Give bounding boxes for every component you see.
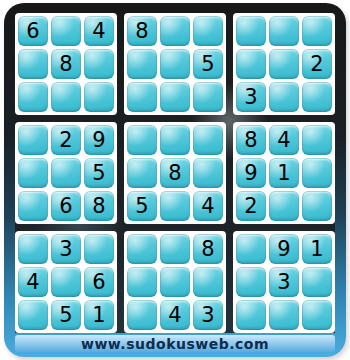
box-1-3: 23 (233, 13, 335, 115)
cell-r3c2[interactable] (51, 82, 81, 112)
box-3-3: 913 (233, 231, 335, 333)
cell-value: 3 (201, 305, 214, 326)
cell-r2c2[interactable]: 8 (51, 49, 81, 79)
cell-r7c9[interactable]: 1 (302, 234, 332, 264)
cell-r4c7[interactable]: 8 (236, 125, 266, 155)
cell-r3c9[interactable] (302, 82, 332, 112)
cell-value: 4 (26, 272, 39, 293)
cell-r7c3[interactable] (84, 234, 114, 264)
cell-r7c7[interactable] (236, 234, 266, 264)
cell-r4c6[interactable] (193, 125, 223, 155)
cell-r5c8[interactable]: 1 (269, 158, 299, 188)
cell-value: 4 (92, 21, 105, 42)
website-url: www.sudokusweb.com (81, 336, 269, 352)
box-2-1: 29568 (15, 122, 117, 224)
cell-r6c4[interactable]: 5 (127, 191, 157, 221)
cell-r8c5[interactable] (160, 267, 190, 297)
cell-r3c5[interactable] (160, 82, 190, 112)
cell-r4c9[interactable] (302, 125, 332, 155)
cell-value: 2 (59, 130, 72, 151)
cell-value: 8 (135, 21, 148, 42)
box-1-2: 85 (124, 13, 226, 115)
cell-r6c3[interactable]: 8 (84, 191, 114, 221)
cell-r8c6[interactable] (193, 267, 223, 297)
box-1-1: 648 (15, 13, 117, 115)
cell-r1c1[interactable]: 6 (18, 16, 48, 46)
cell-r2c9[interactable]: 2 (302, 49, 332, 79)
cell-value: 5 (92, 163, 105, 184)
cell-r8c2[interactable] (51, 267, 81, 297)
cell-value: 6 (59, 196, 72, 217)
cell-r4c8[interactable]: 4 (269, 125, 299, 155)
cell-value: 2 (310, 54, 323, 75)
cell-r8c7[interactable] (236, 267, 266, 297)
cell-r1c6[interactable] (193, 16, 223, 46)
cell-r2c6[interactable]: 5 (193, 49, 223, 79)
cell-r9c2[interactable]: 5 (51, 300, 81, 330)
cell-r6c5[interactable] (160, 191, 190, 221)
cell-r5c5[interactable]: 8 (160, 158, 190, 188)
cell-value: 8 (168, 163, 181, 184)
cell-value: 3 (277, 272, 290, 293)
cell-value: 6 (92, 272, 105, 293)
cell-r1c7[interactable] (236, 16, 266, 46)
cell-value: 3 (244, 87, 257, 108)
box-3-1: 34651 (15, 231, 117, 333)
cell-r7c4[interactable] (127, 234, 157, 264)
cell-r5c1[interactable] (18, 158, 48, 188)
cell-r4c2[interactable]: 2 (51, 125, 81, 155)
cell-r4c1[interactable] (18, 125, 48, 155)
cell-value: 8 (92, 196, 105, 217)
cell-r8c3[interactable]: 6 (84, 267, 114, 297)
cell-r9c1[interactable] (18, 300, 48, 330)
cell-r7c2[interactable]: 3 (51, 234, 81, 264)
sudoku-board: 6488523295688548491234651843913 www.sudo… (4, 3, 346, 357)
cell-value: 8 (59, 54, 72, 75)
cell-r8c1[interactable]: 4 (18, 267, 48, 297)
cell-r5c6[interactable] (193, 158, 223, 188)
cell-r7c1[interactable] (18, 234, 48, 264)
cell-r1c2[interactable] (51, 16, 81, 46)
cell-value: 1 (310, 239, 323, 260)
cell-r9c3[interactable]: 1 (84, 300, 114, 330)
cell-r7c8[interactable]: 9 (269, 234, 299, 264)
cell-r6c9[interactable] (302, 191, 332, 221)
cell-r2c1[interactable] (18, 49, 48, 79)
cell-r2c8[interactable] (269, 49, 299, 79)
cell-value: 9 (92, 130, 105, 151)
cell-r3c6[interactable] (193, 82, 223, 112)
cell-r1c3[interactable]: 4 (84, 16, 114, 46)
cell-r2c3[interactable] (84, 49, 114, 79)
cell-value: 1 (277, 163, 290, 184)
cell-r5c9[interactable] (302, 158, 332, 188)
box-3-2: 843 (124, 231, 226, 333)
cell-r3c1[interactable] (18, 82, 48, 112)
cell-r9c4[interactable] (127, 300, 157, 330)
cell-r8c9[interactable] (302, 267, 332, 297)
cell-r1c4[interactable]: 8 (127, 16, 157, 46)
sudoku-app: 6488523295688548491234651843913 www.sudo… (0, 0, 350, 360)
cell-value: 4 (168, 305, 181, 326)
cell-value: 3 (59, 239, 72, 260)
box-2-2: 854 (124, 122, 226, 224)
box-2-3: 84912 (233, 122, 335, 224)
cell-r3c3[interactable] (84, 82, 114, 112)
cell-r2c4[interactable] (127, 49, 157, 79)
cell-r3c7[interactable]: 3 (236, 82, 266, 112)
cell-r4c3[interactable]: 9 (84, 125, 114, 155)
cell-r2c5[interactable] (160, 49, 190, 79)
cell-r6c6[interactable]: 4 (193, 191, 223, 221)
cell-r6c1[interactable] (18, 191, 48, 221)
cell-r9c5[interactable]: 4 (160, 300, 190, 330)
cell-r5c7[interactable]: 9 (236, 158, 266, 188)
cell-value: 4 (201, 196, 214, 217)
cell-r4c5[interactable] (160, 125, 190, 155)
cell-r2c7[interactable] (236, 49, 266, 79)
cell-value: 2 (244, 196, 257, 217)
cell-r1c9[interactable] (302, 16, 332, 46)
cell-r9c7[interactable] (236, 300, 266, 330)
cell-r9c8[interactable] (269, 300, 299, 330)
cell-r8c8[interactable]: 3 (269, 267, 299, 297)
cell-r7c6[interactable]: 8 (193, 234, 223, 264)
cell-r1c5[interactable] (160, 16, 190, 46)
cell-value: 8 (201, 239, 214, 260)
cell-value: 5 (59, 305, 72, 326)
sudoku-grid: 6488523295688548491234651843913 (15, 13, 335, 333)
cell-r6c2[interactable]: 6 (51, 191, 81, 221)
cell-value: 9 (277, 239, 290, 260)
cell-r5c4[interactable] (127, 158, 157, 188)
cell-value: 8 (244, 130, 257, 151)
cell-value: 5 (201, 54, 214, 75)
cell-r3c8[interactable] (269, 82, 299, 112)
cell-r6c7[interactable]: 2 (236, 191, 266, 221)
cell-value: 6 (26, 21, 39, 42)
cell-r4c4[interactable] (127, 125, 157, 155)
cell-r8c4[interactable] (127, 267, 157, 297)
cell-r9c6[interactable]: 3 (193, 300, 223, 330)
cell-r7c5[interactable] (160, 234, 190, 264)
cell-r3c4[interactable] (127, 82, 157, 112)
cell-r1c8[interactable] (269, 16, 299, 46)
cell-value: 5 (135, 196, 148, 217)
footer-bar: www.sudokusweb.com (15, 335, 335, 352)
cell-r9c9[interactable] (302, 300, 332, 330)
cell-value: 4 (277, 130, 290, 151)
cell-r6c8[interactable] (269, 191, 299, 221)
cell-r5c3[interactable]: 5 (84, 158, 114, 188)
cell-value: 9 (244, 163, 257, 184)
cell-value: 1 (92, 305, 105, 326)
cell-r5c2[interactable] (51, 158, 81, 188)
